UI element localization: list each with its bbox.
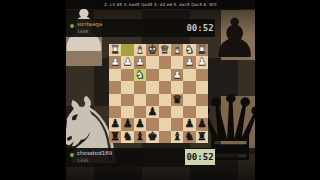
square-c5[interactable]: ♛ xyxy=(171,94,183,106)
video-frame: ♟♞♟♛ 2. c3 d5 3. exd5 Qxd5 4. d4 e6 5. d… xyxy=(0,0,320,180)
square-b7[interactable]: ♟ xyxy=(183,118,195,130)
top-player-name[interactable]: sontaaga xyxy=(77,21,102,27)
opening-moves-bar: 2. c3 d5 3. exd5 Qxd5 4. d4 e6 5. dxc5 Q… xyxy=(66,0,255,9)
square-b3[interactable] xyxy=(183,69,195,81)
chess-board[interactable]: ♜♝♚♛♝♞♜♟♟♟♟♟♞♟♛♟♟♟♟♟♟♜♞♝♚♝♞♜ xyxy=(109,44,208,143)
square-g8[interactable]: ♞ xyxy=(121,131,133,143)
square-f4[interactable] xyxy=(134,81,146,93)
top-player-bar: sontaaga 1488 00:52 xyxy=(66,19,215,37)
letterbox-left xyxy=(0,0,66,180)
black-rook-icon: ♜ xyxy=(110,131,120,143)
black-pawn-icon: ♟ xyxy=(135,118,145,130)
black-pawn-icon: ♟ xyxy=(197,118,207,130)
square-d1[interactable]: ♛ xyxy=(159,44,171,56)
square-a8[interactable]: ♜ xyxy=(196,131,208,143)
square-h7[interactable]: ♟ xyxy=(109,118,121,130)
square-b8[interactable]: ♞ xyxy=(183,131,195,143)
square-f3[interactable]: ♞ xyxy=(134,69,146,81)
white-pawn-icon: ♟ xyxy=(123,56,133,68)
square-e1[interactable]: ♚ xyxy=(146,44,158,56)
black-bishop-icon: ♝ xyxy=(135,131,145,143)
letterbox-right xyxy=(255,0,320,180)
black-pawn-icon: ♟ xyxy=(123,118,133,130)
square-e2[interactable] xyxy=(146,56,158,68)
square-a4[interactable] xyxy=(196,81,208,93)
white-pawn-icon: ♟ xyxy=(172,69,182,81)
square-c3[interactable]: ♟ xyxy=(171,69,183,81)
square-g5[interactable] xyxy=(121,94,133,106)
square-e3[interactable] xyxy=(146,69,158,81)
online-dot-icon xyxy=(70,24,74,28)
square-g4[interactable] xyxy=(121,81,133,93)
square-c6[interactable] xyxy=(171,106,183,118)
square-c7[interactable] xyxy=(171,118,183,130)
square-f8[interactable]: ♝ xyxy=(134,131,146,143)
white-knight-icon: ♞ xyxy=(135,69,145,81)
square-a7[interactable]: ♟ xyxy=(196,118,208,130)
black-knight-icon: ♞ xyxy=(185,131,195,143)
square-d3[interactable] xyxy=(159,69,171,81)
white-king-icon: ♚ xyxy=(147,44,157,56)
background-black-pawn-icon: ♟ xyxy=(211,12,255,66)
square-c8[interactable]: ♝ xyxy=(171,131,183,143)
bottom-player-name[interactable]: chessted169 xyxy=(77,150,112,156)
square-h3[interactable] xyxy=(109,69,121,81)
square-g3[interactable] xyxy=(121,69,133,81)
square-b2[interactable]: ♟ xyxy=(183,56,195,68)
square-f2[interactable]: ♟ xyxy=(134,56,146,68)
square-h8[interactable]: ♜ xyxy=(109,131,121,143)
square-c2[interactable] xyxy=(171,56,183,68)
square-g2[interactable]: ♟ xyxy=(121,56,133,68)
white-pawn-icon: ♟ xyxy=(197,56,207,68)
bottom-player-bar: chessted169 1335 00:52 xyxy=(66,148,215,167)
square-c1[interactable]: ♝ xyxy=(171,44,183,56)
square-b4[interactable] xyxy=(183,81,195,93)
square-h2[interactable]: ♟ xyxy=(109,56,121,68)
square-b5[interactable] xyxy=(183,94,195,106)
bottom-player-clock: 00:52 xyxy=(185,149,215,165)
white-pawn-icon: ♟ xyxy=(185,56,195,68)
square-h5[interactable] xyxy=(109,94,121,106)
black-pawn-icon: ♟ xyxy=(147,106,157,118)
top-player-rating: 1488 xyxy=(77,29,88,34)
square-d4[interactable] xyxy=(159,81,171,93)
square-d6[interactable] xyxy=(159,106,171,118)
white-pawn-icon: ♟ xyxy=(110,56,120,68)
bottom-player-rating: 1335 xyxy=(77,158,88,163)
white-bishop-icon: ♝ xyxy=(172,44,182,56)
opening-moves-text: 2. c3 d5 3. exd5 Qxd5 4. d4 e6 5. dxc5 Q… xyxy=(104,2,217,7)
black-pawn-icon: ♟ xyxy=(185,118,195,130)
square-c4[interactable] xyxy=(171,81,183,93)
square-d2[interactable] xyxy=(159,56,171,68)
square-a3[interactable] xyxy=(196,69,208,81)
square-f7[interactable]: ♟ xyxy=(134,118,146,130)
square-d5[interactable] xyxy=(159,94,171,106)
black-pawn-icon: ♟ xyxy=(110,118,120,130)
square-a2[interactable]: ♟ xyxy=(196,56,208,68)
top-player-clock: 00:52 xyxy=(185,20,215,36)
white-pawn-icon: ♟ xyxy=(135,56,145,68)
square-g7[interactable]: ♟ xyxy=(121,118,133,130)
white-queen-icon: ♛ xyxy=(160,44,170,56)
square-h4[interactable] xyxy=(109,81,121,93)
black-king-icon: ♚ xyxy=(147,131,157,143)
square-e4[interactable] xyxy=(146,81,158,93)
square-e7[interactable] xyxy=(146,118,158,130)
video-strip: ♟♞♟♛ 2. c3 d5 3. exd5 Qxd5 4. d4 e6 5. d… xyxy=(66,0,255,180)
square-a5[interactable] xyxy=(196,94,208,106)
square-d8[interactable] xyxy=(159,131,171,143)
online-dot-icon xyxy=(70,153,74,157)
square-f5[interactable] xyxy=(134,94,146,106)
black-bishop-icon: ♝ xyxy=(172,131,182,143)
square-e6[interactable]: ♟ xyxy=(146,106,158,118)
black-rook-icon: ♜ xyxy=(197,131,207,143)
black-queen-icon: ♛ xyxy=(172,94,182,106)
square-d7[interactable] xyxy=(159,118,171,130)
square-e8[interactable]: ♚ xyxy=(146,131,158,143)
black-knight-icon: ♞ xyxy=(123,131,133,143)
